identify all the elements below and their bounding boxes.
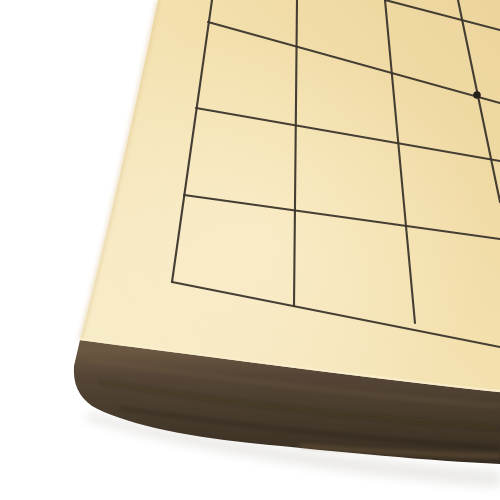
goban-corner-illustration xyxy=(0,0,500,500)
board-top-face-sheen xyxy=(80,0,500,392)
star-point-hoshi xyxy=(473,91,481,99)
go-board-photo xyxy=(0,0,500,500)
